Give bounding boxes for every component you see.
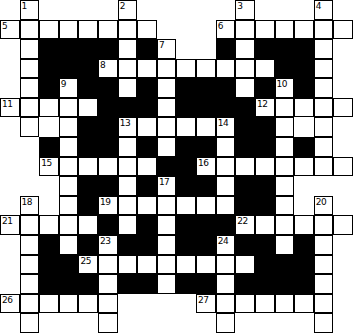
outside-r16c6 bbox=[118, 313, 138, 333]
black-cell-r4c5 bbox=[98, 78, 118, 98]
black-cell-r7c4 bbox=[78, 137, 98, 157]
cell-r2c6[interactable] bbox=[118, 39, 138, 59]
cell-r7c11[interactable] bbox=[216, 137, 236, 157]
cell-r15c14[interactable] bbox=[275, 294, 295, 314]
cell-r11c3[interactable] bbox=[59, 215, 79, 235]
cell-r4c12[interactable] bbox=[235, 78, 255, 98]
black-cell-r11c7 bbox=[137, 215, 157, 235]
cell-r11c8[interactable] bbox=[157, 215, 177, 235]
outside-r0c17 bbox=[333, 0, 353, 20]
black-cell-r7c5 bbox=[98, 137, 118, 157]
outside-r1c10 bbox=[196, 20, 216, 40]
clue-number-21: 21 bbox=[2, 216, 12, 226]
outside-r16c0 bbox=[0, 313, 20, 333]
cell-r5c15[interactable] bbox=[294, 98, 314, 118]
clue-number-4: 4 bbox=[316, 1, 321, 11]
cell-r3c9[interactable] bbox=[176, 59, 196, 79]
black-cell-r5c5 bbox=[98, 98, 118, 118]
black-cell-r2c4 bbox=[78, 39, 98, 59]
outside-r0c9 bbox=[176, 0, 196, 20]
cell-r15c4[interactable] bbox=[78, 294, 98, 314]
clue-number-24: 24 bbox=[218, 236, 228, 246]
cell-r4c8[interactable] bbox=[157, 78, 177, 98]
black-cell-r7c2 bbox=[39, 137, 59, 157]
black-cell-r8c9 bbox=[176, 157, 196, 177]
clue-number-25: 25 bbox=[80, 256, 90, 266]
black-cell-r5c12 bbox=[235, 98, 255, 118]
outside-r8c0 bbox=[0, 157, 20, 177]
cell-r13c9[interactable] bbox=[176, 255, 196, 275]
black-cell-r3c2 bbox=[39, 59, 59, 79]
cell-r1c15[interactable] bbox=[294, 20, 314, 40]
cell-r5c1[interactable] bbox=[20, 98, 40, 118]
cell-r9c6[interactable] bbox=[118, 176, 138, 196]
cell-r13c12[interactable] bbox=[235, 255, 255, 275]
cell-r15c12[interactable] bbox=[235, 294, 255, 314]
black-cell-r5c9 bbox=[176, 98, 196, 118]
black-cell-r6c12 bbox=[235, 117, 255, 137]
black-cell-r12c7 bbox=[137, 235, 157, 255]
clue-number-13: 13 bbox=[120, 118, 130, 128]
black-cell-r7c12 bbox=[235, 137, 255, 157]
cell-r8c6[interactable] bbox=[118, 157, 138, 177]
cell-r15c15[interactable] bbox=[294, 294, 314, 314]
black-cell-r11c10 bbox=[196, 215, 216, 235]
outside-r14c0 bbox=[0, 274, 20, 294]
cell-r14c11[interactable] bbox=[216, 274, 236, 294]
outside-r0c4 bbox=[78, 0, 98, 20]
cell-r1c2[interactable] bbox=[39, 20, 59, 40]
cell-r6c14[interactable] bbox=[275, 117, 295, 137]
black-cell-r14c2 bbox=[39, 274, 59, 294]
clue-number-9: 9 bbox=[61, 79, 66, 89]
cell-r13c8[interactable] bbox=[157, 255, 177, 275]
cell-r5c13[interactable]: 12 bbox=[255, 98, 275, 118]
cell-r8c16[interactable] bbox=[314, 157, 334, 177]
cell-r16c16[interactable] bbox=[314, 313, 334, 333]
cell-r11c15[interactable] bbox=[294, 215, 314, 235]
black-cell-r7c7 bbox=[137, 137, 157, 157]
outside-r2c9 bbox=[176, 39, 196, 59]
outside-r0c15 bbox=[294, 0, 314, 20]
clue-number-10: 10 bbox=[277, 79, 287, 89]
outside-r15c17 bbox=[333, 294, 353, 314]
cell-r8c2[interactable]: 15 bbox=[39, 157, 59, 177]
cell-r6c8[interactable] bbox=[157, 117, 177, 137]
clue-number-2: 2 bbox=[120, 1, 125, 11]
cell-r5c16[interactable] bbox=[314, 98, 334, 118]
cell-r13c16[interactable] bbox=[314, 255, 334, 275]
cell-r3c1[interactable] bbox=[20, 59, 40, 79]
outside-r0c14 bbox=[275, 0, 295, 20]
cell-r12c3[interactable] bbox=[59, 235, 79, 255]
cell-r6c10[interactable] bbox=[196, 117, 216, 137]
clue-number-5: 5 bbox=[2, 21, 7, 31]
cell-r8c10[interactable]: 16 bbox=[196, 157, 216, 177]
black-cell-r9c5 bbox=[98, 176, 118, 196]
clue-number-1: 1 bbox=[22, 1, 27, 11]
outside-r16c14 bbox=[275, 313, 295, 333]
outside-r0c2 bbox=[39, 0, 59, 20]
black-cell-r4c11 bbox=[216, 78, 236, 98]
black-cell-r2c14 bbox=[275, 39, 295, 59]
black-cell-r12c12 bbox=[235, 235, 255, 255]
cell-r15c10[interactable]: 27 bbox=[196, 294, 216, 314]
cell-r1c7[interactable] bbox=[137, 20, 157, 40]
crossword-board: 1234567891011121314151617181920212223242… bbox=[0, 0, 353, 333]
black-cell-r2c11 bbox=[216, 39, 236, 59]
black-cell-r14c15 bbox=[294, 274, 314, 294]
cell-r11c1[interactable] bbox=[20, 215, 40, 235]
outside-r0c11 bbox=[216, 0, 236, 20]
clue-number-17: 17 bbox=[159, 177, 169, 187]
cell-r8c4[interactable] bbox=[78, 157, 98, 177]
cell-r1c5[interactable] bbox=[98, 20, 118, 40]
cell-r11c6[interactable] bbox=[118, 215, 138, 235]
black-cell-r3c3 bbox=[59, 59, 79, 79]
cell-r13c11[interactable] bbox=[216, 255, 236, 275]
black-cell-r14c7 bbox=[137, 274, 157, 294]
outside-r16c2 bbox=[39, 313, 59, 333]
black-cell-r10c12 bbox=[235, 196, 255, 216]
cell-r10c14[interactable] bbox=[275, 196, 295, 216]
cell-r6c6[interactable]: 13 bbox=[118, 117, 138, 137]
outside-r2c10 bbox=[196, 39, 216, 59]
cell-r6c16[interactable] bbox=[314, 117, 334, 137]
outside-r3c0 bbox=[0, 59, 20, 79]
black-cell-r12c9 bbox=[176, 235, 196, 255]
cell-r8c17[interactable] bbox=[333, 157, 353, 177]
outside-r12c17 bbox=[333, 235, 353, 255]
black-cell-r14c9 bbox=[176, 274, 196, 294]
cell-r5c8[interactable] bbox=[157, 98, 177, 118]
outside-r13c0 bbox=[0, 255, 20, 275]
outside-r15c8 bbox=[157, 294, 177, 314]
outside-r10c15 bbox=[294, 196, 314, 216]
cell-r12c5[interactable]: 23 bbox=[98, 235, 118, 255]
clue-number-3: 3 bbox=[237, 1, 242, 11]
cell-r11c4[interactable] bbox=[78, 215, 98, 235]
cell-r15c13[interactable] bbox=[255, 294, 275, 314]
cell-r1c16[interactable] bbox=[314, 20, 334, 40]
cell-r5c3[interactable] bbox=[59, 98, 79, 118]
outside-r4c17 bbox=[333, 78, 353, 98]
cell-r10c9[interactable] bbox=[176, 196, 196, 216]
black-cell-r14c14 bbox=[275, 274, 295, 294]
cell-r15c1[interactable] bbox=[20, 294, 40, 314]
cell-r10c5[interactable]: 19 bbox=[98, 196, 118, 216]
outside-r7c1 bbox=[20, 137, 40, 157]
black-cell-r12c13 bbox=[255, 235, 275, 255]
black-cell-r14c3 bbox=[59, 274, 79, 294]
outside-r16c10 bbox=[196, 313, 216, 333]
outside-r16c8 bbox=[157, 313, 177, 333]
outside-r16c9 bbox=[176, 313, 196, 333]
cell-r4c16[interactable] bbox=[314, 78, 334, 98]
outside-r10c2 bbox=[39, 196, 59, 216]
outside-r16c3 bbox=[59, 313, 79, 333]
outside-r3c17 bbox=[333, 59, 353, 79]
cell-r12c8[interactable] bbox=[157, 235, 177, 255]
cell-r1c14[interactable] bbox=[275, 20, 295, 40]
cell-r1c6[interactable] bbox=[118, 20, 138, 40]
cell-r1c13[interactable] bbox=[255, 20, 275, 40]
clue-number-11: 11 bbox=[2, 99, 12, 109]
cell-r10c1[interactable]: 18 bbox=[20, 196, 40, 216]
cell-r11c13[interactable] bbox=[255, 215, 275, 235]
outside-r9c0 bbox=[0, 176, 20, 196]
cell-r9c8[interactable]: 17 bbox=[157, 176, 177, 196]
cell-r2c8[interactable]: 7 bbox=[157, 39, 177, 59]
cell-r2c12[interactable] bbox=[235, 39, 255, 59]
outside-r8c1 bbox=[20, 157, 40, 177]
cell-r3c13[interactable] bbox=[255, 59, 275, 79]
cell-r13c1[interactable] bbox=[20, 255, 40, 275]
outside-r0c8 bbox=[157, 0, 177, 20]
cell-r5c0[interactable]: 11 bbox=[0, 98, 20, 118]
cell-r14c16[interactable] bbox=[314, 274, 334, 294]
cell-r10c10[interactable] bbox=[196, 196, 216, 216]
outside-r1c9 bbox=[176, 20, 196, 40]
cell-r5c14[interactable] bbox=[275, 98, 295, 118]
cell-r2c1[interactable] bbox=[20, 39, 40, 59]
cell-r3c16[interactable] bbox=[314, 59, 334, 79]
cell-r4c6[interactable] bbox=[118, 78, 138, 98]
cell-r10c7[interactable] bbox=[137, 196, 157, 216]
black-cell-r5c10 bbox=[196, 98, 216, 118]
black-cell-r4c9 bbox=[176, 78, 196, 98]
cell-r7c6[interactable] bbox=[118, 137, 138, 157]
black-cell-r2c5 bbox=[98, 39, 118, 59]
cell-r9c14[interactable] bbox=[275, 176, 295, 196]
clue-number-15: 15 bbox=[41, 158, 51, 168]
cell-r12c16[interactable] bbox=[314, 235, 334, 255]
cell-r3c6[interactable] bbox=[118, 59, 138, 79]
cell-r0c16[interactable]: 4 bbox=[314, 0, 334, 20]
black-cell-r14c10 bbox=[196, 274, 216, 294]
black-cell-r9c13 bbox=[255, 176, 275, 196]
cell-r15c2[interactable] bbox=[39, 294, 59, 314]
cell-r4c1[interactable] bbox=[20, 78, 40, 98]
cell-r8c3[interactable] bbox=[59, 157, 79, 177]
black-cell-r2c3 bbox=[59, 39, 79, 59]
cell-r3c11[interactable] bbox=[216, 59, 236, 79]
outside-r6c17 bbox=[333, 117, 353, 137]
cell-r12c11[interactable]: 24 bbox=[216, 235, 236, 255]
cell-r0c6[interactable]: 2 bbox=[118, 0, 138, 20]
cell-r13c7[interactable] bbox=[137, 255, 157, 275]
cell-r14c1[interactable] bbox=[20, 274, 40, 294]
black-cell-r6c4 bbox=[78, 117, 98, 137]
black-cell-r11c11 bbox=[216, 215, 236, 235]
black-cell-r3c15 bbox=[294, 59, 314, 79]
black-cell-r4c7 bbox=[137, 78, 157, 98]
black-cell-r10c13 bbox=[255, 196, 275, 216]
cell-r13c5[interactable] bbox=[98, 255, 118, 275]
cell-r10c6[interactable] bbox=[118, 196, 138, 216]
black-cell-r5c6 bbox=[118, 98, 138, 118]
outside-r15c7 bbox=[137, 294, 157, 314]
black-cell-r7c9 bbox=[176, 137, 196, 157]
cell-r13c4[interactable]: 25 bbox=[78, 255, 98, 275]
outside-r15c9 bbox=[176, 294, 196, 314]
cell-r15c11[interactable] bbox=[216, 294, 236, 314]
cell-r16c1[interactable] bbox=[20, 313, 40, 333]
cell-r2c16[interactable] bbox=[314, 39, 334, 59]
cell-r6c1[interactable] bbox=[20, 117, 40, 137]
outside-r6c2 bbox=[39, 117, 59, 137]
cell-r14c5[interactable] bbox=[98, 274, 118, 294]
clue-number-7: 7 bbox=[159, 40, 164, 50]
cell-r16c11[interactable] bbox=[216, 313, 236, 333]
clue-number-12: 12 bbox=[257, 99, 267, 109]
cell-r8c7[interactable] bbox=[137, 157, 157, 177]
outside-r10c0 bbox=[0, 196, 20, 216]
black-cell-r14c13 bbox=[255, 274, 275, 294]
cell-r1c12[interactable] bbox=[235, 20, 255, 40]
clue-number-22: 22 bbox=[237, 216, 247, 226]
outside-r7c0 bbox=[0, 137, 20, 157]
outside-r0c0 bbox=[0, 0, 20, 20]
black-cell-r12c15 bbox=[294, 235, 314, 255]
cell-r10c8[interactable] bbox=[157, 196, 177, 216]
outside-r9c15 bbox=[294, 176, 314, 196]
black-cell-r13c14 bbox=[275, 255, 295, 275]
cell-r12c14[interactable] bbox=[275, 235, 295, 255]
black-cell-r8c8 bbox=[157, 157, 177, 177]
clue-number-19: 19 bbox=[100, 197, 110, 207]
cell-r1c3[interactable] bbox=[59, 20, 79, 40]
cell-r11c14[interactable] bbox=[275, 215, 295, 235]
outside-r16c13 bbox=[255, 313, 275, 333]
cell-r4c14[interactable]: 10 bbox=[275, 78, 295, 98]
cell-r6c7[interactable] bbox=[137, 117, 157, 137]
black-cell-r9c4 bbox=[78, 176, 98, 196]
cell-r13c6[interactable] bbox=[118, 255, 138, 275]
cell-r10c16[interactable]: 20 bbox=[314, 196, 334, 216]
cell-r15c5[interactable] bbox=[98, 294, 118, 314]
cell-r8c13[interactable] bbox=[255, 157, 275, 177]
cell-r16c5[interactable] bbox=[98, 313, 118, 333]
cell-r6c11[interactable]: 14 bbox=[216, 117, 236, 137]
cell-r7c14[interactable] bbox=[275, 137, 295, 157]
cell-r10c11[interactable] bbox=[216, 196, 236, 216]
cell-r3c5[interactable]: 8 bbox=[98, 59, 118, 79]
cell-r1c0[interactable]: 5 bbox=[0, 20, 20, 40]
clue-number-20: 20 bbox=[316, 197, 326, 207]
black-cell-r4c4 bbox=[78, 78, 98, 98]
cell-r1c4[interactable] bbox=[78, 20, 98, 40]
outside-r6c0 bbox=[0, 117, 20, 137]
cell-r3c8[interactable] bbox=[157, 59, 177, 79]
outside-r0c5 bbox=[98, 0, 118, 20]
cell-r8c5[interactable] bbox=[98, 157, 118, 177]
cell-r11c17[interactable] bbox=[333, 215, 353, 235]
cell-r5c4[interactable] bbox=[78, 98, 98, 118]
cell-r1c11[interactable]: 6 bbox=[216, 20, 236, 40]
cell-r4c3[interactable]: 9 bbox=[59, 78, 79, 98]
cell-r11c2[interactable] bbox=[39, 215, 59, 235]
black-cell-r7c13 bbox=[255, 137, 275, 157]
cell-r14c8[interactable] bbox=[157, 274, 177, 294]
black-cell-r5c11 bbox=[216, 98, 236, 118]
cell-r6c9[interactable] bbox=[176, 117, 196, 137]
cell-r7c16[interactable] bbox=[314, 137, 334, 157]
cell-r8c11[interactable] bbox=[216, 157, 236, 177]
cell-r8c15[interactable] bbox=[294, 157, 314, 177]
cell-r3c10[interactable] bbox=[196, 59, 216, 79]
cell-r5c17[interactable] bbox=[333, 98, 353, 118]
black-cell-r9c10 bbox=[196, 176, 216, 196]
outside-r7c17 bbox=[333, 137, 353, 157]
clue-number-6: 6 bbox=[218, 21, 223, 31]
outside-r15c6 bbox=[118, 294, 138, 314]
black-cell-r13c2 bbox=[39, 255, 59, 275]
cell-r11c0[interactable]: 21 bbox=[0, 215, 20, 235]
black-cell-r9c7 bbox=[137, 176, 157, 196]
black-cell-r6c5 bbox=[98, 117, 118, 137]
cell-r12c1[interactable] bbox=[20, 235, 40, 255]
cell-r10c3[interactable] bbox=[59, 196, 79, 216]
cell-r0c1[interactable]: 1 bbox=[20, 0, 40, 20]
cell-r1c17[interactable] bbox=[333, 20, 353, 40]
clue-number-8: 8 bbox=[100, 60, 105, 70]
outside-r12c0 bbox=[0, 235, 20, 255]
black-cell-r2c2 bbox=[39, 39, 59, 59]
cell-r15c3[interactable] bbox=[59, 294, 79, 314]
outside-r9c17 bbox=[333, 176, 353, 196]
cell-r6c3[interactable] bbox=[59, 117, 79, 137]
cell-r7c3[interactable] bbox=[59, 137, 79, 157]
outside-r0c10 bbox=[196, 0, 216, 20]
cell-r8c12[interactable] bbox=[235, 157, 255, 177]
cell-r11c12[interactable]: 22 bbox=[235, 215, 255, 235]
outside-r9c2 bbox=[39, 176, 59, 196]
black-cell-r2c13 bbox=[255, 39, 275, 59]
cell-r11c16[interactable] bbox=[314, 215, 334, 235]
black-cell-r4c15 bbox=[294, 78, 314, 98]
black-cell-r2c15 bbox=[294, 39, 314, 59]
outside-r2c17 bbox=[333, 39, 353, 59]
cell-r9c11[interactable] bbox=[216, 176, 236, 196]
black-cell-r14c4 bbox=[78, 274, 98, 294]
black-cell-r10c4 bbox=[78, 196, 98, 216]
cell-r0c12[interactable]: 3 bbox=[235, 0, 255, 20]
outside-r16c7 bbox=[137, 313, 157, 333]
outside-r0c7 bbox=[137, 0, 157, 20]
outside-r16c17 bbox=[333, 313, 353, 333]
cell-r3c12[interactable] bbox=[235, 59, 255, 79]
outside-r2c0 bbox=[0, 39, 20, 59]
cell-r1c1[interactable] bbox=[20, 20, 40, 40]
black-cell-r12c6 bbox=[118, 235, 138, 255]
cell-r15c16[interactable] bbox=[314, 294, 334, 314]
cell-r7c8[interactable] bbox=[157, 137, 177, 157]
cell-r13c10[interactable] bbox=[196, 255, 216, 275]
outside-r0c3 bbox=[59, 0, 79, 20]
crossword-page: 1234567891011121314151617181920212223242… bbox=[0, 0, 353, 333]
black-cell-r13c13 bbox=[255, 255, 275, 275]
cell-r15c0[interactable]: 26 bbox=[0, 294, 20, 314]
cell-r5c2[interactable] bbox=[39, 98, 59, 118]
cell-r8c14[interactable] bbox=[275, 157, 295, 177]
clue-number-18: 18 bbox=[22, 197, 32, 207]
cell-r3c7[interactable] bbox=[137, 59, 157, 79]
black-cell-r13c3 bbox=[59, 255, 79, 275]
black-cell-r12c4 bbox=[78, 235, 98, 255]
cell-r9c3[interactable] bbox=[59, 176, 79, 196]
black-cell-r14c6 bbox=[118, 274, 138, 294]
